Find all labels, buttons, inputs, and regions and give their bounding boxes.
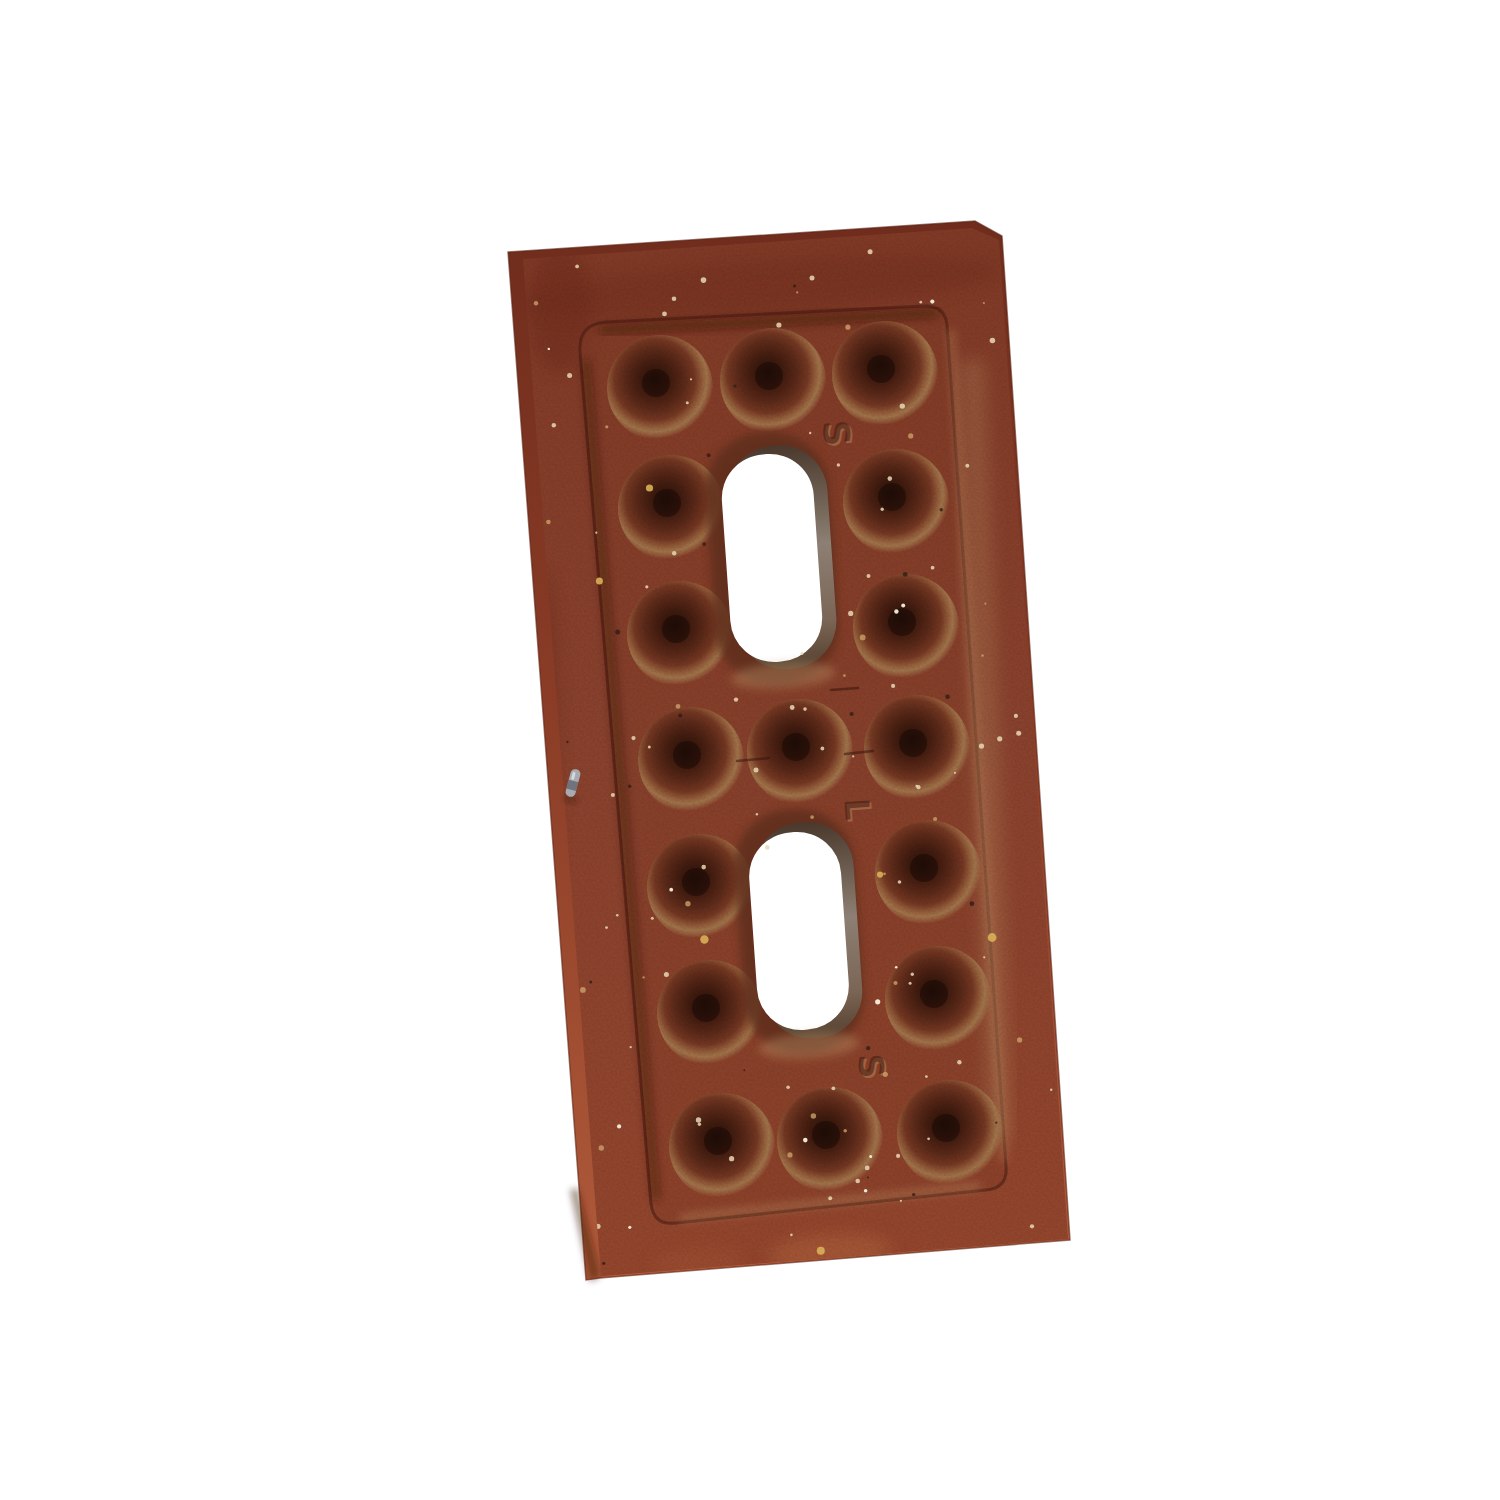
speckle xyxy=(616,914,619,917)
speckle xyxy=(837,463,840,466)
speckle xyxy=(867,574,871,578)
speckle xyxy=(912,1193,915,1196)
speckle xyxy=(895,966,898,969)
speckle xyxy=(869,1155,872,1158)
speckle xyxy=(970,901,975,906)
speckle xyxy=(810,276,815,281)
oval-hole-bottom xyxy=(731,805,868,1063)
speckle xyxy=(596,578,603,585)
speckle xyxy=(893,981,897,985)
speckle xyxy=(940,508,943,511)
speckle xyxy=(843,1129,847,1133)
speckle xyxy=(855,1179,860,1184)
speckle xyxy=(843,674,846,677)
speckle xyxy=(1050,1089,1052,1091)
speckle xyxy=(883,873,886,876)
speckle xyxy=(701,865,706,870)
speckle xyxy=(883,1072,888,1077)
speckle xyxy=(605,926,608,929)
speckle xyxy=(903,572,908,577)
speckle xyxy=(698,1123,701,1126)
speckle xyxy=(860,635,866,641)
speckle xyxy=(575,265,579,269)
speckle xyxy=(919,301,922,304)
speckle xyxy=(686,401,689,404)
speckle xyxy=(646,484,653,491)
speckle xyxy=(881,508,884,511)
speckle xyxy=(678,713,682,717)
speckle xyxy=(611,793,615,797)
oval-hole-top xyxy=(701,428,843,693)
speckle xyxy=(567,373,572,378)
speckle xyxy=(988,933,997,942)
speckle xyxy=(997,736,1002,741)
speckle xyxy=(801,652,804,655)
speckle xyxy=(930,300,934,304)
speckle xyxy=(900,403,905,408)
speckle xyxy=(828,1196,832,1200)
speckle xyxy=(811,1113,816,1118)
speckle xyxy=(821,747,825,751)
photo-canvas: S S L L S S xyxy=(0,0,1500,1500)
speckle xyxy=(983,302,985,304)
speckle xyxy=(954,772,956,774)
speckle xyxy=(911,973,914,976)
speckle xyxy=(1016,731,1021,736)
speckle xyxy=(651,917,654,920)
speckle xyxy=(900,1200,902,1202)
speckle xyxy=(845,325,850,330)
speckle xyxy=(733,384,736,387)
speckle xyxy=(1014,714,1018,718)
speckle xyxy=(628,785,631,788)
speckle xyxy=(790,1234,793,1237)
speckle xyxy=(685,901,690,906)
speckle xyxy=(864,1189,868,1193)
speckle xyxy=(729,1156,734,1161)
speckle xyxy=(566,741,568,743)
speckle xyxy=(796,291,798,293)
speckle xyxy=(707,453,711,457)
speckle xyxy=(631,736,635,740)
speckle xyxy=(817,1247,825,1255)
speckle xyxy=(832,1086,836,1090)
speckle xyxy=(672,296,677,301)
hole-opening xyxy=(746,829,852,1033)
speckle xyxy=(696,1117,701,1122)
speckle xyxy=(927,1137,930,1140)
speckle xyxy=(664,972,669,977)
speckle xyxy=(925,1075,928,1078)
speckle xyxy=(990,338,996,344)
speckle xyxy=(580,987,586,993)
speckle xyxy=(793,284,796,287)
speckle xyxy=(546,520,551,525)
speckle xyxy=(875,999,880,1004)
speckle xyxy=(908,433,913,438)
speckle xyxy=(700,935,708,943)
speckle xyxy=(662,312,667,317)
hole-opening xyxy=(719,451,825,665)
speckle xyxy=(957,1060,961,1064)
speckle xyxy=(866,1046,870,1050)
speckle xyxy=(676,704,681,709)
speckle xyxy=(617,1124,621,1128)
speckle xyxy=(933,817,937,821)
speckle xyxy=(743,1069,745,1071)
speckle xyxy=(809,432,811,434)
speckle xyxy=(896,1154,900,1158)
speckle xyxy=(931,566,935,570)
speckle xyxy=(877,872,883,878)
speckle xyxy=(901,603,905,607)
speckle xyxy=(628,1226,631,1229)
speckle xyxy=(865,1166,870,1171)
embossed-letter: L xyxy=(836,797,877,821)
speckle xyxy=(981,654,984,657)
speckle xyxy=(888,476,893,481)
brick: S S L L S S xyxy=(500,215,1080,1290)
speckle xyxy=(979,744,984,749)
brick-photo: S S L L S S xyxy=(0,0,1500,1500)
speckle xyxy=(1017,1037,1022,1042)
speckle xyxy=(648,746,651,749)
speckle xyxy=(803,1138,808,1143)
speckle xyxy=(945,694,950,699)
speckle xyxy=(734,697,738,701)
speckle xyxy=(630,1046,632,1048)
speckle xyxy=(669,888,673,892)
speckle xyxy=(754,768,759,773)
speckle xyxy=(552,423,556,427)
speckle xyxy=(765,845,770,850)
speckle xyxy=(786,1086,790,1090)
speckle xyxy=(787,1152,792,1157)
speckle xyxy=(599,1145,604,1150)
speckle xyxy=(850,712,854,716)
speckle xyxy=(909,982,912,985)
speckle xyxy=(852,755,854,757)
speckle xyxy=(983,956,985,958)
speckle xyxy=(916,785,920,789)
speckle xyxy=(645,585,648,588)
speckle xyxy=(810,815,814,819)
speckle xyxy=(672,551,676,555)
speckle xyxy=(965,464,969,468)
speckle xyxy=(898,880,902,884)
speckle xyxy=(642,976,644,978)
speckle xyxy=(702,542,706,546)
speckle xyxy=(615,629,620,634)
speckle xyxy=(867,1176,869,1178)
speckle xyxy=(984,603,986,605)
speckle xyxy=(891,684,895,688)
speckle xyxy=(602,1262,605,1265)
speckle xyxy=(848,611,853,616)
speckle xyxy=(701,277,707,283)
speckle xyxy=(605,425,608,428)
speckle xyxy=(534,301,538,305)
speckle xyxy=(595,532,597,534)
speckle xyxy=(1030,1224,1034,1228)
embossed-letter: S xyxy=(815,419,858,448)
speckle xyxy=(790,705,795,710)
speckle xyxy=(756,813,758,815)
speckle xyxy=(894,609,898,613)
speckle xyxy=(690,378,692,380)
speckle xyxy=(803,707,807,711)
speckle xyxy=(776,322,781,327)
speckle xyxy=(868,249,873,254)
speckle xyxy=(995,1122,997,1124)
speckle xyxy=(548,348,550,350)
speckle xyxy=(589,981,592,984)
